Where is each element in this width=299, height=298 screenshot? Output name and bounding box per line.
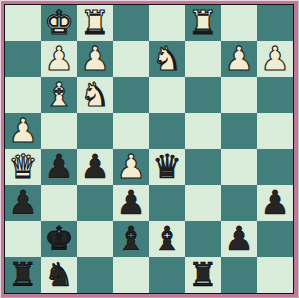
square-f7[interactable] xyxy=(185,41,221,77)
square-e3[interactable] xyxy=(149,185,185,221)
square-g2[interactable]: ♟ xyxy=(221,221,257,257)
square-a3[interactable]: ♟ xyxy=(5,185,41,221)
square-b6[interactable]: ♝ xyxy=(41,77,77,113)
piece-black-rook: ♜ xyxy=(8,257,38,293)
square-b8[interactable]: ♚ xyxy=(41,5,77,41)
piece-white-bishop: ♝ xyxy=(44,77,74,113)
square-a1[interactable]: ♜ xyxy=(5,257,41,293)
square-f8[interactable]: ♜ xyxy=(185,5,221,41)
piece-black-pawn: ♟ xyxy=(8,185,38,221)
square-f3[interactable] xyxy=(185,185,221,221)
square-c7[interactable]: ♟ xyxy=(77,41,113,77)
piece-white-rook: ♜ xyxy=(188,5,218,41)
square-d1[interactable] xyxy=(113,257,149,293)
piece-white-pawn: ♟ xyxy=(260,41,290,77)
square-c4[interactable]: ♟ xyxy=(77,149,113,185)
piece-black-rook: ♜ xyxy=(188,257,218,293)
square-b3[interactable] xyxy=(41,185,77,221)
piece-black-bishop: ♝ xyxy=(152,221,182,257)
square-g3[interactable] xyxy=(221,185,257,221)
square-h3[interactable]: ♟ xyxy=(257,185,293,221)
square-c2[interactable] xyxy=(77,221,113,257)
square-c5[interactable] xyxy=(77,113,113,149)
piece-white-pawn: ♟ xyxy=(80,41,110,77)
square-e7[interactable]: ♞ xyxy=(149,41,185,77)
square-f2[interactable] xyxy=(185,221,221,257)
piece-black-pawn: ♟ xyxy=(44,149,74,185)
square-f6[interactable] xyxy=(185,77,221,113)
piece-white-pawn: ♟ xyxy=(8,113,38,149)
square-g6[interactable] xyxy=(221,77,257,113)
square-d8[interactable] xyxy=(113,5,149,41)
square-c6[interactable]: ♞ xyxy=(77,77,113,113)
square-g4[interactable] xyxy=(221,149,257,185)
square-a5[interactable]: ♟ xyxy=(5,113,41,149)
square-f5[interactable] xyxy=(185,113,221,149)
square-g7[interactable]: ♟ xyxy=(221,41,257,77)
piece-white-knight: ♞ xyxy=(80,77,110,113)
square-b5[interactable] xyxy=(41,113,77,149)
piece-white-queen: ♛ xyxy=(8,149,38,185)
square-g8[interactable] xyxy=(221,5,257,41)
piece-white-pawn: ♟ xyxy=(44,41,74,77)
piece-white-king: ♚ xyxy=(44,5,74,41)
piece-white-knight: ♞ xyxy=(152,41,182,77)
piece-black-bishop: ♝ xyxy=(116,221,146,257)
square-a2[interactable] xyxy=(5,221,41,257)
square-g5[interactable] xyxy=(221,113,257,149)
square-e4[interactable]: ♛ xyxy=(149,149,185,185)
piece-white-pawn: ♟ xyxy=(116,149,146,185)
square-e6[interactable] xyxy=(149,77,185,113)
square-d6[interactable] xyxy=(113,77,149,113)
square-a4[interactable]: ♛ xyxy=(5,149,41,185)
square-e8[interactable] xyxy=(149,5,185,41)
piece-black-pawn: ♟ xyxy=(116,185,146,221)
piece-black-king: ♚ xyxy=(44,221,74,257)
piece-black-pawn: ♟ xyxy=(260,185,290,221)
square-b1[interactable]: ♞ xyxy=(41,257,77,293)
square-d7[interactable] xyxy=(113,41,149,77)
square-c1[interactable] xyxy=(77,257,113,293)
square-a7[interactable] xyxy=(5,41,41,77)
square-b7[interactable]: ♟ xyxy=(41,41,77,77)
square-d5[interactable] xyxy=(113,113,149,149)
square-b4[interactable]: ♟ xyxy=(41,149,77,185)
square-e5[interactable] xyxy=(149,113,185,149)
chess-board: ♚♜♜♟♟♞♟♟♝♞♟♛♟♟♟♛♟♟♟♚♝♝♟♜♞♜ xyxy=(4,4,294,294)
square-h5[interactable] xyxy=(257,113,293,149)
chess-board-window: ♚♜♜♟♟♞♟♟♝♞♟♛♟♟♟♛♟♟♟♚♝♝♟♜♞♜ xyxy=(0,0,299,298)
square-a8[interactable] xyxy=(5,5,41,41)
piece-white-rook: ♜ xyxy=(80,5,110,41)
square-h4[interactable] xyxy=(257,149,293,185)
square-h7[interactable]: ♟ xyxy=(257,41,293,77)
square-a6[interactable] xyxy=(5,77,41,113)
square-e1[interactable] xyxy=(149,257,185,293)
piece-black-pawn: ♟ xyxy=(80,149,110,185)
square-d2[interactable]: ♝ xyxy=(113,221,149,257)
square-c3[interactable] xyxy=(77,185,113,221)
square-f4[interactable] xyxy=(185,149,221,185)
square-d4[interactable]: ♟ xyxy=(113,149,149,185)
square-e2[interactable]: ♝ xyxy=(149,221,185,257)
square-h2[interactable] xyxy=(257,221,293,257)
square-f1[interactable]: ♜ xyxy=(185,257,221,293)
square-h8[interactable] xyxy=(257,5,293,41)
square-h1[interactable] xyxy=(257,257,293,293)
square-c8[interactable]: ♜ xyxy=(77,5,113,41)
square-b2[interactable]: ♚ xyxy=(41,221,77,257)
piece-black-pawn: ♟ xyxy=(224,221,254,257)
square-h6[interactable] xyxy=(257,77,293,113)
piece-white-pawn: ♟ xyxy=(224,41,254,77)
square-g1[interactable] xyxy=(221,257,257,293)
piece-black-queen: ♛ xyxy=(152,149,182,185)
piece-black-knight: ♞ xyxy=(44,257,74,293)
square-d3[interactable]: ♟ xyxy=(113,185,149,221)
